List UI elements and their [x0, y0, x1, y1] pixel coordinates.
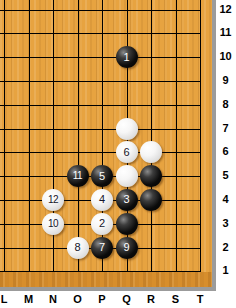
col-label-M: M — [19, 293, 39, 305]
grid-line-row-10 — [0, 57, 201, 58]
white-stone-R6[interactable] — [140, 141, 162, 163]
move-number: 5 — [99, 171, 105, 182]
move-1-black-stone-Q10[interactable]: 1 — [116, 46, 138, 68]
grid-line-row-12 — [0, 10, 201, 11]
row-label-8: 8 — [215, 98, 236, 110]
col-label-P: P — [92, 293, 112, 305]
move-number: 7 — [99, 242, 105, 253]
move-number: 8 — [74, 242, 80, 253]
move-11-black-stone-O5[interactable]: 11 — [67, 165, 89, 187]
grid-line-col-O — [78, 0, 79, 272]
move-number: 12 — [48, 195, 58, 205]
board-bottom-edge — [0, 272, 212, 287]
move-4-white-stone-P4[interactable]: 4 — [91, 189, 113, 211]
grid-line-row-1 — [0, 271, 201, 272]
black-stone-R5[interactable] — [140, 165, 162, 187]
col-label-Q: Q — [117, 293, 137, 305]
row-label-4: 4 — [215, 193, 236, 205]
move-number: 11 — [73, 171, 82, 181]
grid-line-col-M — [29, 0, 30, 272]
grid-line-col-S — [176, 0, 177, 272]
row-label-3: 3 — [215, 217, 236, 229]
go-board[interactable]: 161151243102879 — [0, 0, 212, 287]
move-12-white-stone-N4[interactable]: 12 — [42, 189, 64, 211]
col-label-N: N — [43, 293, 63, 305]
row-label-2: 2 — [215, 241, 236, 253]
col-label-L: L — [0, 293, 14, 305]
white-stone-Q5[interactable] — [116, 165, 138, 187]
grid-line-col-R — [151, 0, 152, 272]
move-number: 4 — [99, 194, 105, 205]
move-number: 6 — [123, 147, 129, 158]
move-number: 1 — [123, 52, 129, 63]
col-label-O: O — [68, 293, 88, 305]
row-label-10: 10 — [215, 50, 236, 62]
move-number: 9 — [123, 242, 129, 253]
grid-line-row-7 — [0, 129, 201, 130]
move-7-black-stone-P2[interactable]: 7 — [91, 237, 113, 259]
move-8-white-stone-O2[interactable]: 8 — [67, 237, 89, 259]
grid-line-col-L — [4, 0, 5, 272]
col-label-R: R — [141, 293, 161, 305]
move-10-white-stone-N3[interactable]: 10 — [42, 213, 64, 235]
grid-line-row-11 — [0, 33, 201, 34]
row-label-9: 9 — [215, 74, 236, 86]
black-stone-R4[interactable] — [140, 189, 162, 211]
grid-line-row-8 — [0, 105, 201, 106]
move-6-white-stone-Q6[interactable]: 6 — [116, 141, 138, 163]
move-5-black-stone-P5[interactable]: 5 — [91, 165, 113, 187]
move-3-black-stone-Q4[interactable]: 3 — [116, 189, 138, 211]
move-number: 10 — [48, 219, 58, 229]
row-label-6: 6 — [215, 145, 236, 157]
move-2-white-stone-P3[interactable]: 2 — [91, 213, 113, 235]
col-label-S: S — [166, 293, 186, 305]
white-stone-Q7[interactable] — [116, 118, 138, 140]
black-stone-Q3[interactable] — [116, 213, 138, 235]
move-number: 2 — [99, 218, 105, 229]
row-label-5: 5 — [215, 169, 236, 181]
row-label-11: 11 — [215, 26, 236, 38]
row-label-1: 1 — [215, 264, 236, 276]
move-number: 3 — [123, 194, 129, 205]
row-label-12: 12 — [215, 3, 236, 15]
grid-line-row-6 — [0, 152, 201, 153]
move-9-black-stone-Q2[interactable]: 9 — [116, 237, 138, 259]
col-label-T: T — [190, 293, 210, 305]
row-label-7: 7 — [215, 122, 236, 134]
grid-line-row-9 — [0, 81, 201, 82]
grid-line-col-T — [200, 0, 201, 272]
go-diagram: 161151243102879 121110987654321LMNOPQRST — [0, 0, 236, 308]
